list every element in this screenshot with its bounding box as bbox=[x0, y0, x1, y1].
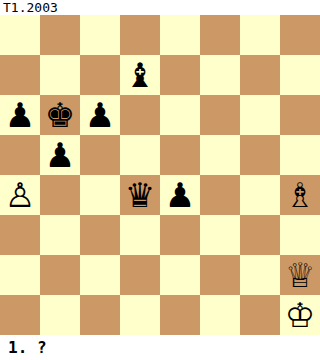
square-a7 bbox=[0, 55, 40, 95]
square-f2 bbox=[200, 255, 240, 295]
square-e6 bbox=[160, 95, 200, 135]
square-b2 bbox=[40, 255, 80, 295]
square-c8 bbox=[80, 15, 120, 55]
square-a5 bbox=[0, 135, 40, 175]
white-king: ♔ bbox=[285, 295, 315, 335]
square-g8 bbox=[240, 15, 280, 55]
diagram-title: T1.2003 bbox=[3, 0, 58, 15]
square-g3 bbox=[240, 215, 280, 255]
square-d1 bbox=[120, 295, 160, 335]
square-c1 bbox=[80, 295, 120, 335]
square-h3 bbox=[280, 215, 320, 255]
square-f7 bbox=[200, 55, 240, 95]
square-d4: ♛ bbox=[120, 175, 160, 215]
square-f3 bbox=[200, 215, 240, 255]
square-b4 bbox=[40, 175, 80, 215]
square-h8 bbox=[280, 15, 320, 55]
square-a3 bbox=[0, 215, 40, 255]
square-g7 bbox=[240, 55, 280, 95]
square-b6: ♚ bbox=[40, 95, 80, 135]
black-bishop: ♝ bbox=[125, 55, 155, 95]
move-prompt: 1. ? bbox=[8, 337, 47, 360]
square-f4 bbox=[200, 175, 240, 215]
square-d6 bbox=[120, 95, 160, 135]
black-pawn: ♟ bbox=[45, 135, 75, 175]
square-h2: ♕ bbox=[280, 255, 320, 295]
square-g5 bbox=[240, 135, 280, 175]
white-queen: ♕ bbox=[285, 255, 315, 295]
chess-diagram-page: T1.2003 ♝♟♚♟♟♙♛♟♗♕♔ 1. ? bbox=[0, 0, 320, 360]
square-f8 bbox=[200, 15, 240, 55]
square-h7 bbox=[280, 55, 320, 95]
square-c4 bbox=[80, 175, 120, 215]
square-c5 bbox=[80, 135, 120, 175]
square-a2 bbox=[0, 255, 40, 295]
square-c6: ♟ bbox=[80, 95, 120, 135]
square-d5 bbox=[120, 135, 160, 175]
square-g4 bbox=[240, 175, 280, 215]
square-c7 bbox=[80, 55, 120, 95]
square-b5: ♟ bbox=[40, 135, 80, 175]
square-g2 bbox=[240, 255, 280, 295]
square-e2 bbox=[160, 255, 200, 295]
square-e1 bbox=[160, 295, 200, 335]
square-d3 bbox=[120, 215, 160, 255]
square-h4: ♗ bbox=[280, 175, 320, 215]
square-f6 bbox=[200, 95, 240, 135]
square-e7 bbox=[160, 55, 200, 95]
square-b3 bbox=[40, 215, 80, 255]
square-c3 bbox=[80, 215, 120, 255]
square-f5 bbox=[200, 135, 240, 175]
square-a1 bbox=[0, 295, 40, 335]
square-e3 bbox=[160, 215, 200, 255]
square-g6 bbox=[240, 95, 280, 135]
black-pawn: ♟ bbox=[5, 95, 35, 135]
square-b1 bbox=[40, 295, 80, 335]
square-a4: ♙ bbox=[0, 175, 40, 215]
square-g1 bbox=[240, 295, 280, 335]
square-d7: ♝ bbox=[120, 55, 160, 95]
square-h1: ♔ bbox=[280, 295, 320, 335]
square-e8 bbox=[160, 15, 200, 55]
square-h5 bbox=[280, 135, 320, 175]
white-bishop: ♗ bbox=[285, 175, 315, 215]
black-pawn: ♟ bbox=[85, 95, 115, 135]
black-queen: ♛ bbox=[125, 175, 155, 215]
square-d8 bbox=[120, 15, 160, 55]
square-a8 bbox=[0, 15, 40, 55]
black-king: ♚ bbox=[45, 95, 75, 135]
square-c2 bbox=[80, 255, 120, 295]
square-f1 bbox=[200, 295, 240, 335]
square-b7 bbox=[40, 55, 80, 95]
square-e4: ♟ bbox=[160, 175, 200, 215]
square-h6 bbox=[280, 95, 320, 135]
square-a6: ♟ bbox=[0, 95, 40, 135]
black-pawn: ♟ bbox=[165, 175, 195, 215]
white-pawn: ♙ bbox=[5, 175, 35, 215]
square-e5 bbox=[160, 135, 200, 175]
chess-board: ♝♟♚♟♟♙♛♟♗♕♔ bbox=[0, 15, 320, 335]
square-d2 bbox=[120, 255, 160, 295]
square-b8 bbox=[40, 15, 80, 55]
